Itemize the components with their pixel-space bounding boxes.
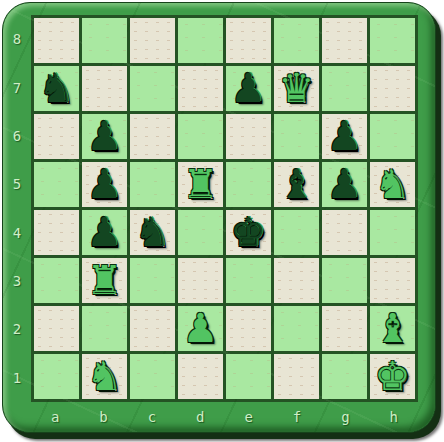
square-g6[interactable]: ♟	[322, 114, 367, 159]
piece-black-pawn[interactable]: ♟	[327, 162, 363, 207]
file-label-g: g	[321, 409, 369, 425]
page-background: 87654321 ♞♟♛♟♟♟♜♝♟♞♟♞♚♜♟♝♞♚ abcdefgh	[0, 0, 444, 442]
square-d7[interactable]	[178, 66, 223, 111]
square-d5[interactable]: ♜	[178, 162, 223, 207]
chess-board[interactable]: ♞♟♛♟♟♟♜♝♟♞♟♞♚♜♟♝♞♚	[31, 15, 418, 402]
piece-white-knight[interactable]: ♞	[375, 162, 411, 207]
square-e3[interactable]	[226, 258, 271, 303]
piece-white-knight[interactable]: ♞	[87, 354, 123, 399]
piece-black-knight[interactable]: ♞	[135, 210, 171, 255]
square-g4[interactable]	[322, 210, 367, 255]
rank-label-3: 3	[3, 257, 31, 305]
rank-labels: 87654321	[3, 15, 31, 402]
square-a8[interactable]	[34, 18, 79, 63]
square-c1[interactable]	[130, 354, 175, 399]
piece-white-rook[interactable]: ♜	[87, 258, 123, 303]
square-g3[interactable]	[322, 258, 367, 303]
square-f7[interactable]: ♛	[274, 66, 319, 111]
square-b8[interactable]	[82, 18, 127, 63]
rank-label-6: 6	[3, 112, 31, 160]
piece-black-bishop[interactable]: ♝	[279, 162, 315, 207]
square-d3[interactable]	[178, 258, 223, 303]
piece-black-knight[interactable]: ♞	[39, 66, 75, 111]
square-h4[interactable]	[370, 210, 415, 255]
piece-white-queen[interactable]: ♛	[279, 66, 315, 111]
square-d8[interactable]	[178, 18, 223, 63]
file-label-a: a	[31, 409, 79, 425]
piece-white-bishop[interactable]: ♝	[375, 306, 411, 351]
square-b2[interactable]	[82, 306, 127, 351]
file-label-c: c	[128, 409, 176, 425]
square-g8[interactable]	[322, 18, 367, 63]
piece-black-pawn[interactable]: ♟	[87, 162, 123, 207]
piece-black-king[interactable]: ♚	[231, 210, 267, 255]
square-a4[interactable]	[34, 210, 79, 255]
square-c8[interactable]	[130, 18, 175, 63]
file-label-h: h	[370, 409, 418, 425]
piece-white-king[interactable]: ♚	[375, 354, 411, 399]
square-a6[interactable]	[34, 114, 79, 159]
square-c6[interactable]	[130, 114, 175, 159]
square-c4[interactable]: ♞	[130, 210, 175, 255]
square-g5[interactable]: ♟	[322, 162, 367, 207]
square-f3[interactable]	[274, 258, 319, 303]
square-c7[interactable]	[130, 66, 175, 111]
piece-black-pawn[interactable]: ♟	[231, 66, 267, 111]
square-a3[interactable]	[34, 258, 79, 303]
square-a2[interactable]	[34, 306, 79, 351]
square-e7[interactable]: ♟	[226, 66, 271, 111]
square-c3[interactable]	[130, 258, 175, 303]
square-f8[interactable]	[274, 18, 319, 63]
square-f4[interactable]	[274, 210, 319, 255]
file-label-f: f	[273, 409, 321, 425]
piece-black-pawn[interactable]: ♟	[87, 210, 123, 255]
file-label-e: e	[225, 409, 273, 425]
square-h5[interactable]: ♞	[370, 162, 415, 207]
rank-label-1: 1	[3, 354, 31, 402]
piece-black-pawn[interactable]: ♟	[87, 114, 123, 159]
square-d1[interactable]	[178, 354, 223, 399]
rank-label-5: 5	[3, 160, 31, 208]
square-h2[interactable]: ♝	[370, 306, 415, 351]
square-c2[interactable]	[130, 306, 175, 351]
rank-label-2: 2	[3, 305, 31, 353]
square-e1[interactable]	[226, 354, 271, 399]
square-h6[interactable]	[370, 114, 415, 159]
piece-black-pawn[interactable]: ♟	[327, 114, 363, 159]
square-e8[interactable]	[226, 18, 271, 63]
square-d2[interactable]: ♟	[178, 306, 223, 351]
square-b4[interactable]: ♟	[82, 210, 127, 255]
square-f5[interactable]: ♝	[274, 162, 319, 207]
square-d4[interactable]	[178, 210, 223, 255]
square-a5[interactable]	[34, 162, 79, 207]
rank-label-8: 8	[3, 15, 31, 63]
square-b1[interactable]: ♞	[82, 354, 127, 399]
square-h7[interactable]	[370, 66, 415, 111]
file-labels: abcdefgh	[31, 402, 418, 432]
square-e4[interactable]: ♚	[226, 210, 271, 255]
square-b7[interactable]	[82, 66, 127, 111]
chess-board-frame: 87654321 ♞♟♛♟♟♟♜♝♟♞♟♞♚♜♟♝♞♚ abcdefgh	[2, 2, 436, 433]
square-b5[interactable]: ♟	[82, 162, 127, 207]
square-g7[interactable]	[322, 66, 367, 111]
rank-label-7: 7	[3, 63, 31, 111]
square-e6[interactable]	[226, 114, 271, 159]
rank-label-4: 4	[3, 209, 31, 257]
square-f2[interactable]	[274, 306, 319, 351]
file-label-b: b	[79, 409, 127, 425]
square-h8[interactable]	[370, 18, 415, 63]
square-h1[interactable]: ♚	[370, 354, 415, 399]
square-b6[interactable]: ♟	[82, 114, 127, 159]
piece-white-pawn[interactable]: ♟	[183, 306, 219, 351]
square-e2[interactable]	[226, 306, 271, 351]
file-label-d: d	[176, 409, 224, 425]
square-g2[interactable]	[322, 306, 367, 351]
square-c5[interactable]	[130, 162, 175, 207]
square-f1[interactable]	[274, 354, 319, 399]
square-e5[interactable]	[226, 162, 271, 207]
square-h3[interactable]	[370, 258, 415, 303]
square-d6[interactable]	[178, 114, 223, 159]
square-a1[interactable]	[34, 354, 79, 399]
square-f6[interactable]	[274, 114, 319, 159]
square-b3[interactable]: ♜	[82, 258, 127, 303]
square-g1[interactable]	[322, 354, 367, 399]
square-a7[interactable]: ♞	[34, 66, 79, 111]
piece-white-rook[interactable]: ♜	[183, 162, 219, 207]
